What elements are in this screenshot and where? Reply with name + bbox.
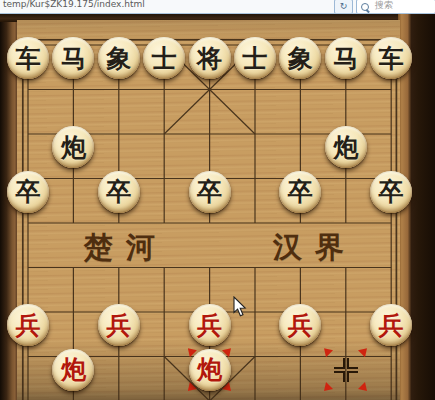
- search-placeholder: 搜索: [375, 0, 393, 12]
- address-bar[interactable]: temp/Kur$ZK19.175/index.html: [0, 0, 333, 13]
- piece-red-兵[interactable]: 兵: [370, 304, 412, 346]
- piece-black-炮[interactable]: 炮: [325, 126, 367, 168]
- piece-red-炮[interactable]: 炮: [52, 349, 94, 391]
- piece-black-卒[interactable]: 卒: [279, 171, 321, 213]
- piece-black-卒[interactable]: 卒: [98, 171, 140, 213]
- crosshair-icon: [347, 358, 358, 369]
- piece-black-士[interactable]: 士: [143, 37, 185, 79]
- piece-black-车[interactable]: 车: [370, 37, 412, 79]
- marker-corner-icon: [358, 382, 367, 391]
- board-grid: 车马象士将士象马车炮炮卒卒卒卒卒兵兵兵兵兵炮炮: [5, 36, 414, 400]
- piece-black-马[interactable]: 马: [325, 37, 367, 79]
- piece-red-兵[interactable]: 兵: [98, 304, 140, 346]
- marker-corner-icon: [324, 348, 333, 357]
- reload-button[interactable]: ↻: [334, 0, 353, 14]
- piece-black-炮[interactable]: 炮: [52, 126, 94, 168]
- piece-red-兵[interactable]: 兵: [7, 304, 49, 346]
- piece-black-卒[interactable]: 卒: [370, 171, 412, 213]
- search-input[interactable]: 搜索: [356, 0, 435, 14]
- piece-black-卒[interactable]: 卒: [7, 171, 49, 213]
- marker-corner-icon: [358, 348, 367, 357]
- move-origin-marker: [323, 347, 368, 392]
- piece-black-马[interactable]: 马: [52, 37, 94, 79]
- piece-black-车[interactable]: 车: [7, 37, 49, 79]
- crosshair-icon: [347, 371, 358, 382]
- crosshair-icon: [334, 371, 345, 382]
- piece-black-将[interactable]: 将: [189, 37, 231, 79]
- piece-black-象[interactable]: 象: [279, 37, 321, 79]
- address-text: temp/Kur$ZK19.175/index.html: [3, 0, 145, 9]
- piece-black-卒[interactable]: 卒: [189, 171, 231, 213]
- piece-black-象[interactable]: 象: [98, 37, 140, 79]
- piece-red-兵[interactable]: 兵: [279, 304, 321, 346]
- marker-corner-icon: [324, 382, 333, 391]
- piece-black-士[interactable]: 士: [234, 37, 276, 79]
- search-icon: [361, 3, 369, 11]
- browser-toolbar: temp/Kur$ZK19.175/index.html ↻ 搜索: [0, 0, 435, 14]
- crosshair-icon: [334, 358, 345, 369]
- piece-red-炮[interactable]: 炮: [189, 349, 231, 391]
- piece-red-兵[interactable]: 兵: [189, 304, 231, 346]
